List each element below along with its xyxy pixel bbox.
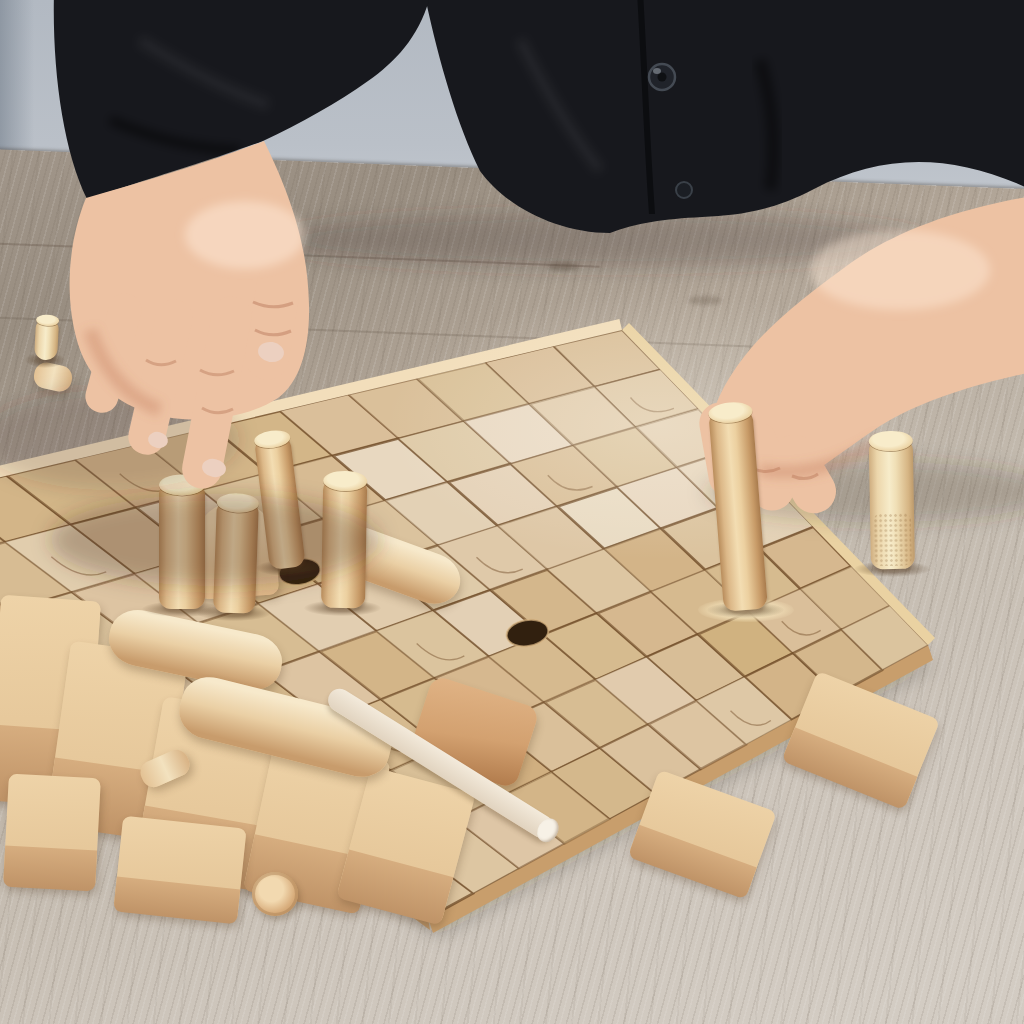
photo-scene [0,0,1024,1024]
peg-top [708,401,753,425]
peg-top [869,431,913,452]
pegs-layer-front [0,0,1024,1024]
peg-standing-table-right[interactable] [849,427,937,585]
peg-leaning[interactable] [702,398,790,626]
bamboo-speckle [873,512,913,566]
peg-leaning-body[interactable] [709,411,768,612]
peg-standing-table-right-body[interactable] [869,441,915,570]
